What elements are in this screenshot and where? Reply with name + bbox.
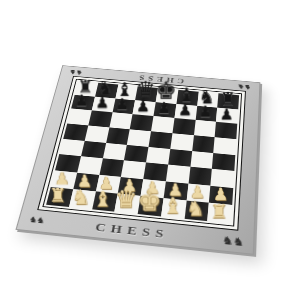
square-e1[interactable]: ♚	[138, 196, 164, 216]
square-h7[interactable]: ♟	[216, 107, 238, 123]
square-a4[interactable]	[59, 139, 84, 157]
double-knight-icon: ♞♞	[237, 83, 250, 90]
square-c7[interactable]: ♟	[112, 98, 135, 114]
product-photo-scene: ♞♞ CHESS ♞♞ ♜♞♝♛♚♝♞♜♟♟♟♟♟♟♟♟♟♟♟♟♟♟♟♟♜♞♝♛…	[0, 0, 300, 300]
square-g5[interactable]	[192, 135, 215, 153]
black-pawn[interactable]: ♟	[178, 103, 192, 118]
square-d7[interactable]: ♟	[133, 100, 156, 116]
white-rook[interactable]: ♜	[49, 186, 66, 205]
white-king[interactable]: ♚	[137, 188, 161, 215]
square-h5[interactable]	[214, 137, 237, 155]
square-d4[interactable]	[124, 145, 148, 163]
black-pawn[interactable]: ♟	[116, 97, 130, 112]
square-h1[interactable]: ♜	[208, 203, 233, 223]
square-c4[interactable]	[102, 143, 127, 161]
white-knight[interactable]: ♞	[187, 199, 205, 219]
black-pawn[interactable]: ♟	[136, 99, 150, 114]
black-pawn[interactable]: ♟	[157, 101, 171, 116]
black-pawn[interactable]: ♟	[75, 94, 89, 109]
board-frame: ♜♞♝♛♚♝♞♜♟♟♟♟♟♟♟♟♟♟♟♟♟♟♟♟♜♞♝♛♚♝♞♜	[37, 76, 246, 231]
square-f7[interactable]: ♟	[174, 104, 197, 120]
double-knight-icon: ♞♞	[28, 216, 45, 226]
black-pawn[interactable]: ♟	[220, 107, 234, 123]
square-g7[interactable]: ♟	[195, 106, 217, 122]
mat-bottom-label: CHESS	[94, 219, 169, 241]
square-f5[interactable]	[170, 133, 193, 151]
black-pawn[interactable]: ♟	[199, 105, 213, 120]
square-d5[interactable]	[127, 129, 151, 146]
square-h6[interactable]	[215, 122, 237, 139]
square-f1[interactable]: ♝	[161, 198, 186, 218]
chessboard: ♜♞♝♛♚♝♞♜♟♟♟♟♟♟♟♟♟♟♟♟♟♟♟♟♜♞♝♛♚♝♞♜	[46, 81, 239, 224]
chess-mat: ♞♞ CHESS ♞♞ ♜♞♝♛♚♝♞♜♟♟♟♟♟♟♟♟♟♟♟♟♟♟♟♟♜♞♝♛…	[15, 65, 260, 255]
black-pawn[interactable]: ♟	[95, 96, 109, 111]
square-c6[interactable]	[109, 113, 133, 130]
square-g1[interactable]: ♞	[184, 201, 209, 221]
square-g6[interactable]	[193, 120, 216, 137]
square-e5[interactable]	[149, 131, 173, 148]
square-e7[interactable]: ♟	[153, 102, 176, 118]
white-rook[interactable]: ♜	[211, 202, 228, 221]
white-queen[interactable]: ♛	[115, 187, 137, 212]
white-bishop[interactable]: ♝	[94, 188, 113, 209]
white-knight[interactable]: ♞	[71, 187, 89, 207]
double-knight-icon: ♞♞	[69, 68, 83, 75]
white-bishop[interactable]: ♝	[163, 195, 182, 217]
double-knight-icon: ♞♞	[221, 234, 243, 247]
square-c1[interactable]: ♝	[92, 192, 118, 212]
